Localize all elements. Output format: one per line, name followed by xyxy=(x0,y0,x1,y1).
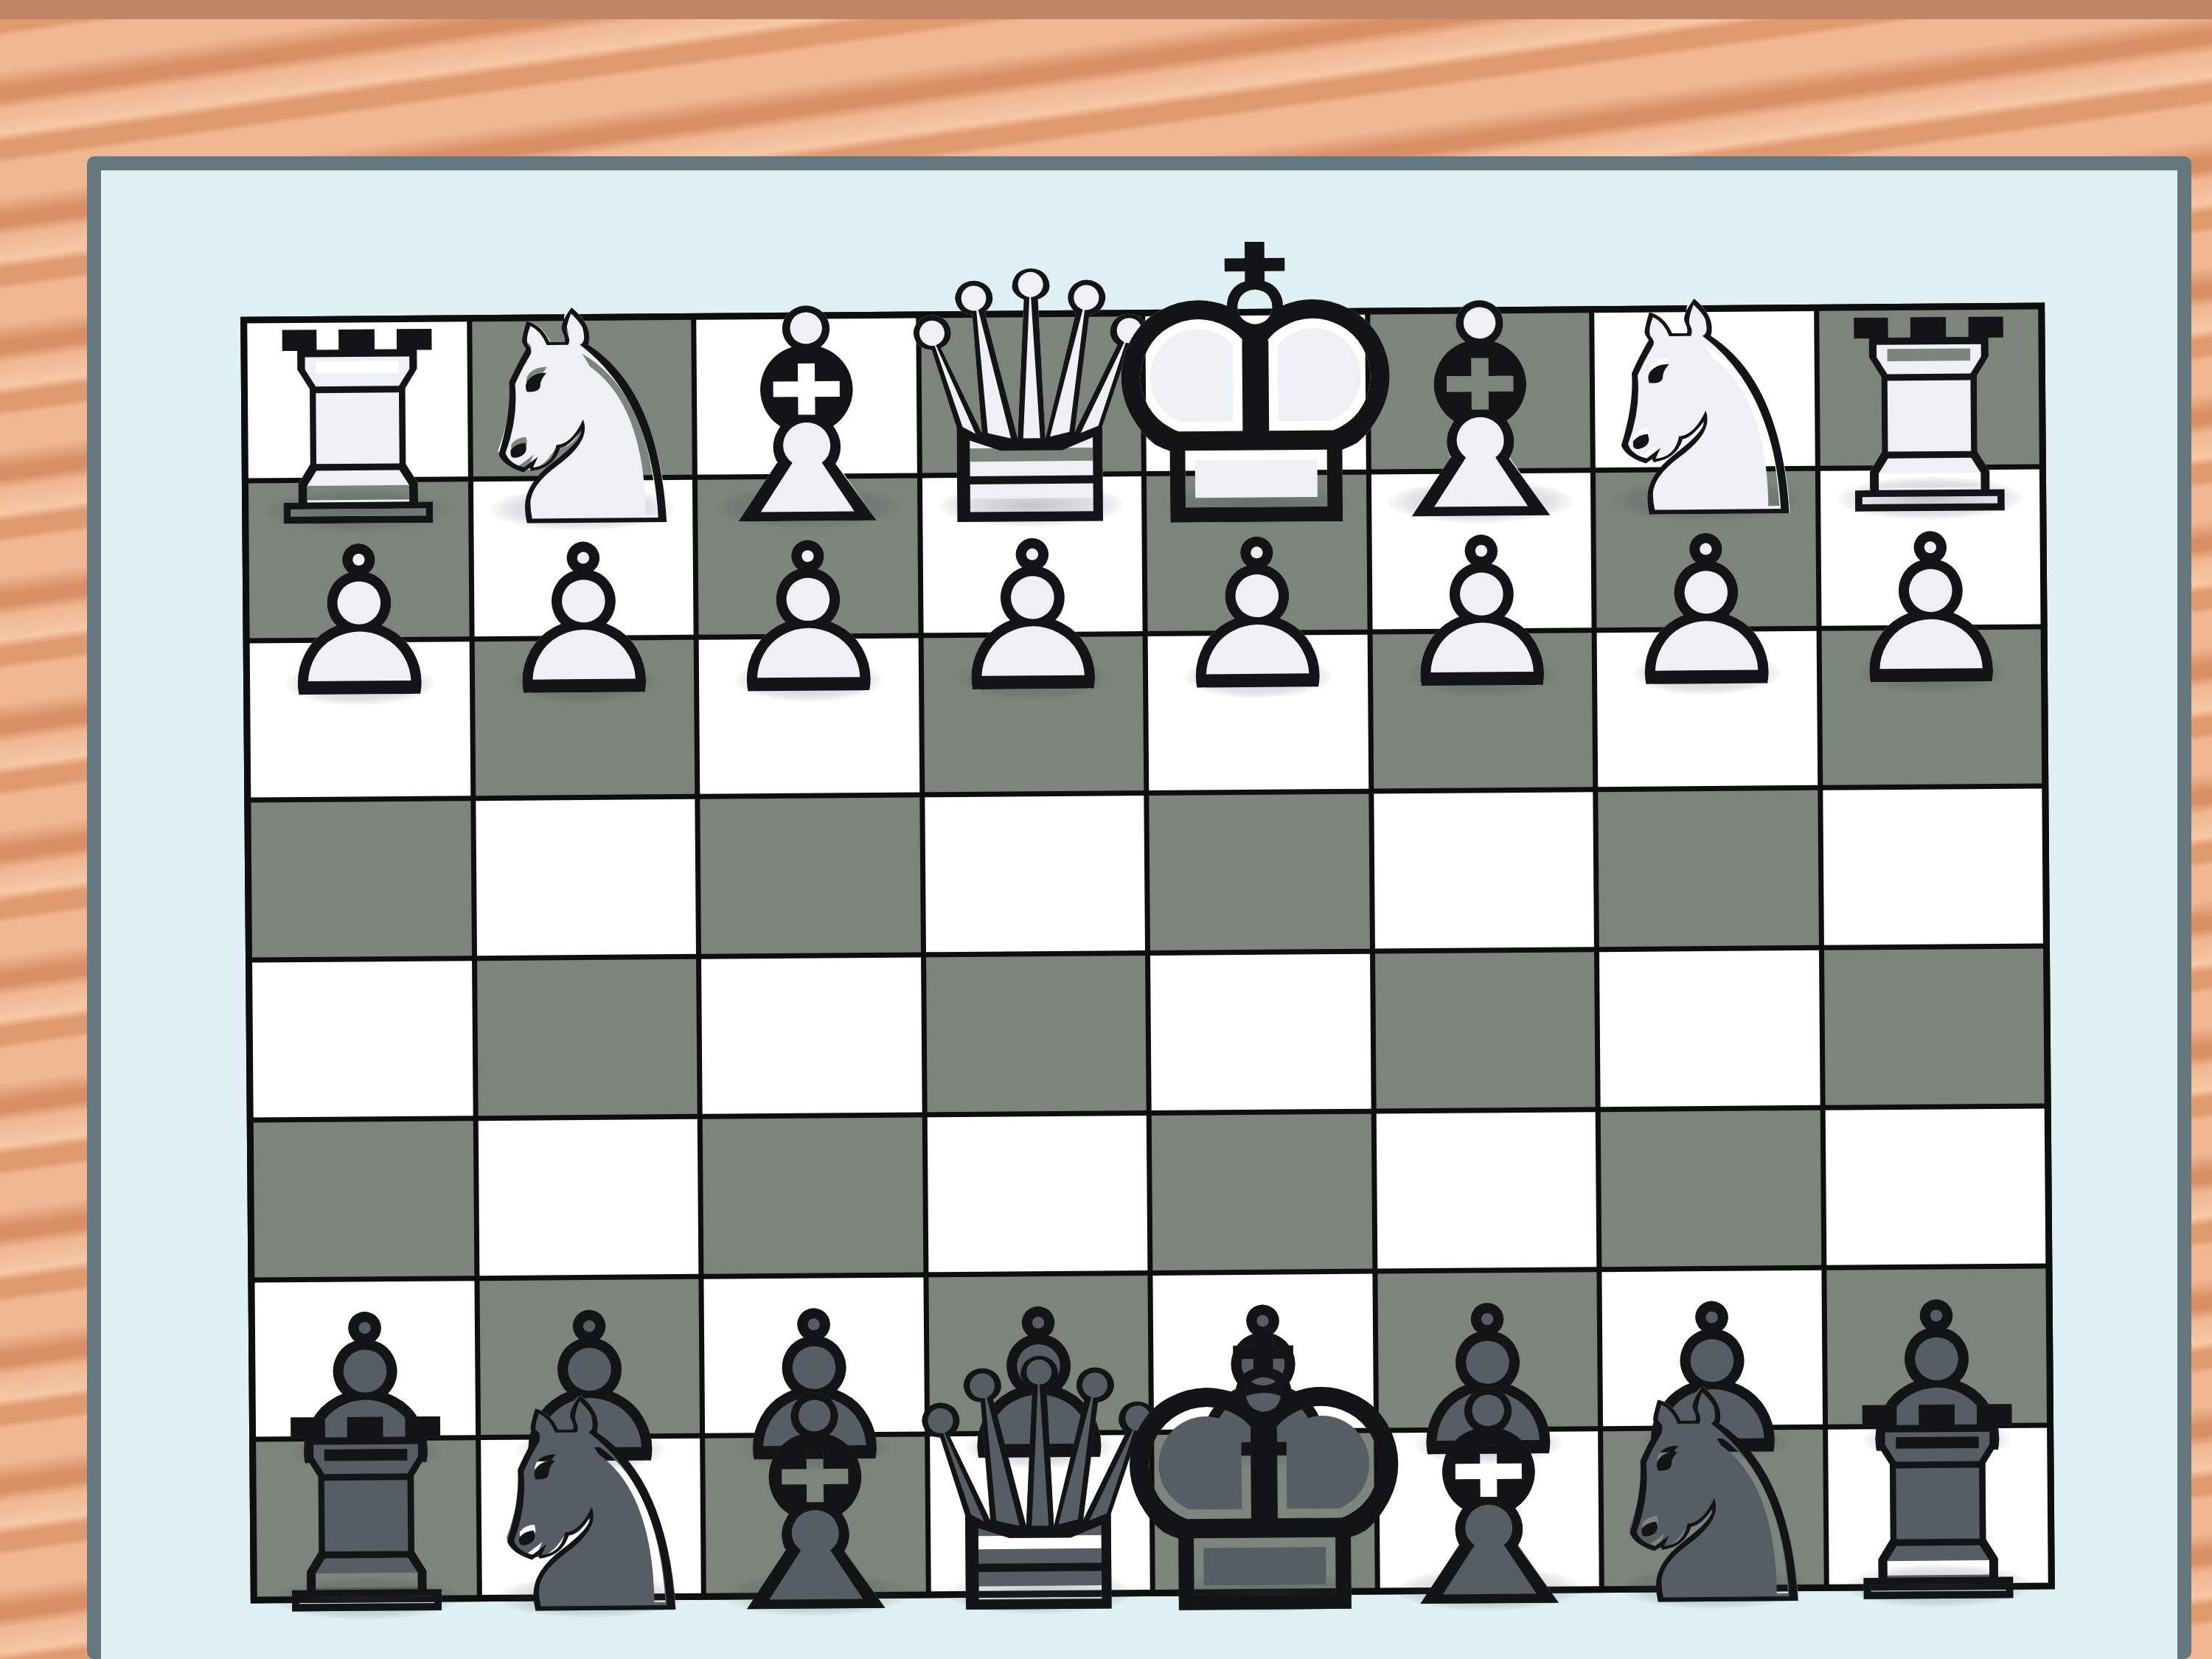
piece-white-pawn-c2[interactable]: ♟♙ xyxy=(715,515,902,723)
wood-grain-band xyxy=(0,0,2212,19)
pawn-glyph-outline: ♙ xyxy=(266,518,453,726)
piece-white-pawn-e2[interactable]: ♟♙ xyxy=(1164,512,1351,720)
board-wrap: ♜♖♞♘♝♗♛♕♚♔♝♗♞♘♜♖♟♙♟♙♟♙♟♙♟♙♟♙♟♙♟♙♟♙♟♙♟♙♟♙… xyxy=(240,302,2055,1603)
pawn-glyph-outline: ♙ xyxy=(490,517,677,725)
piece-black-rook-a8[interactable]: ♜♖ xyxy=(246,1385,487,1653)
pawn-glyph-outline: ♙ xyxy=(1613,508,1800,716)
pawn-glyph-outline: ♙ xyxy=(1164,512,1351,720)
pawn-glyph-outline: ♙ xyxy=(1837,507,2024,714)
piece-white-pawn-h2[interactable]: ♟♙ xyxy=(1837,507,2024,714)
rook-glyph-outline: ♖ xyxy=(246,1385,487,1653)
piece-white-pawn-b2[interactable]: ♟♙ xyxy=(490,517,677,725)
pawn-glyph-outline: ♙ xyxy=(715,515,902,723)
piece-white-pawn-a2[interactable]: ♟♙ xyxy=(266,518,453,726)
scene-wood-table: ♜♖♞♘♝♗♛♕♚♔♝♗♞♘♜♖♟♙♟♙♟♙♟♙♟♙♟♙♟♙♟♙♟♙♟♙♟♙♟♙… xyxy=(0,0,2212,1659)
pawn-glyph-outline: ♙ xyxy=(939,513,1126,721)
piece-black-knight-g8[interactable]: ♞♘ xyxy=(1580,1352,1847,1649)
rook-glyph-outline: ♖ xyxy=(1818,1373,2058,1641)
piece-black-rook-h8[interactable]: ♜♖ xyxy=(1818,1373,2058,1641)
knight-glyph-outline: ♘ xyxy=(1580,1352,1847,1649)
piece-white-pawn-f2[interactable]: ♟♙ xyxy=(1388,509,1575,717)
pawn-glyph-outline: ♙ xyxy=(1388,509,1575,717)
piece-white-pawn-d2[interactable]: ♟♙ xyxy=(939,513,1126,721)
piece-white-pawn-g2[interactable]: ♟♙ xyxy=(1613,508,1800,716)
pieces-layer: ♜♖♞♘♝♗♛♕♚♔♝♗♞♘♜♖♟♙♟♙♟♙♟♙♟♙♟♙♟♙♟♙♟♙♟♙♟♙♟♙… xyxy=(240,302,2055,1603)
